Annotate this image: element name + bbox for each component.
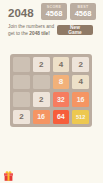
intro-goal-number: 2048 (29, 31, 40, 36)
tile-32: 32 (53, 92, 70, 107)
empty-cell (13, 75, 30, 90)
game-title: 2048 (8, 7, 34, 19)
tile-512: 512 (72, 110, 89, 125)
new-game-button[interactable]: New Game (57, 25, 93, 35)
game-board[interactable]: 242842321621664512 (10, 54, 92, 127)
score-value: 4568 (46, 10, 63, 18)
tile-16: 16 (72, 92, 89, 107)
tile-2: 2 (13, 110, 30, 125)
score-box: SCORE 4568 (41, 3, 67, 20)
empty-cell (33, 75, 50, 90)
best-box: BEST 4568 (70, 3, 96, 20)
empty-cell (13, 57, 30, 72)
tile-8: 8 (53, 75, 70, 90)
tile-4: 4 (72, 75, 89, 90)
intro-line1: Join the numbers (8, 24, 45, 29)
best-value: 4568 (75, 10, 92, 18)
intro-text: Join the numbers and get to the 2048 til… (8, 23, 56, 37)
tile-16: 16 (33, 110, 50, 125)
intro-tile-word: tile! (41, 31, 50, 36)
tile-2: 2 (33, 92, 50, 107)
app-window: 2048 SCORE 4568 BEST 4568 Join the numbe… (0, 0, 103, 183)
empty-cell (13, 92, 30, 107)
gift-ribbon (8, 173, 10, 181)
gift-icon[interactable] (4, 171, 13, 181)
tile-2: 2 (72, 57, 89, 72)
tile-4: 4 (53, 57, 70, 72)
tile-64: 64 (53, 110, 70, 125)
tile-2: 2 (33, 57, 50, 72)
